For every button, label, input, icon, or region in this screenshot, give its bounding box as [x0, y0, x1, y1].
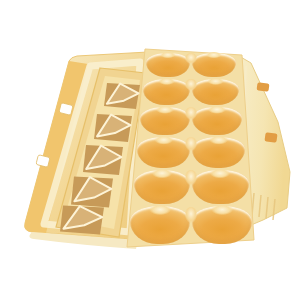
flap-latch-hole: [257, 82, 270, 92]
cup-tray-base: [127, 49, 254, 247]
flap-latch-hole: [264, 132, 277, 143]
photo-scene: [0, 0, 300, 300]
egg-carton: [0, 0, 300, 300]
